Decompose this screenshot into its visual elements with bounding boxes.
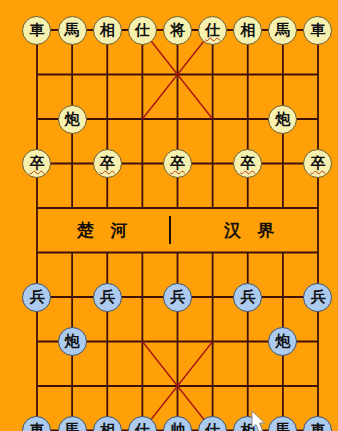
- intersection[interactable]: [19, 52, 54, 97]
- intersection[interactable]: 卒: [90, 141, 125, 186]
- intersection[interactable]: 炮: [265, 97, 300, 142]
- piece-炮[interactable]: 炮: [58, 327, 87, 356]
- piece-兵[interactable]: 兵: [22, 283, 51, 312]
- piece-車[interactable]: 車: [303, 16, 332, 45]
- piece-label: 馬: [275, 23, 290, 38]
- intersection[interactable]: [300, 52, 335, 97]
- intersection[interactable]: 相: [90, 8, 125, 53]
- intersection[interactable]: [300, 319, 335, 364]
- intersection[interactable]: [160, 319, 195, 364]
- intersection[interactable]: [265, 52, 300, 97]
- intersection[interactable]: [195, 97, 230, 142]
- intersection[interactable]: [125, 230, 160, 275]
- intersection[interactable]: [300, 186, 335, 231]
- intersection[interactable]: [55, 186, 90, 231]
- intersection[interactable]: [160, 230, 195, 275]
- intersection[interactable]: [195, 275, 230, 320]
- intersection[interactable]: [90, 186, 125, 231]
- intersection[interactable]: [195, 52, 230, 97]
- intersection[interactable]: [19, 97, 54, 142]
- intersection[interactable]: [160, 186, 195, 231]
- intersection[interactable]: [19, 319, 54, 364]
- intersection[interactable]: 仕: [125, 408, 160, 431]
- intersection[interactable]: [125, 275, 160, 320]
- piece-炮[interactable]: 炮: [268, 327, 297, 356]
- piece-label: 卒: [170, 156, 185, 171]
- piece-卒[interactable]: 卒: [93, 149, 122, 178]
- intersection[interactable]: 車: [19, 408, 54, 431]
- piece-label: 卒: [310, 156, 325, 171]
- intersection[interactable]: 馬: [55, 8, 90, 53]
- piece-帅[interactable]: 帅: [163, 416, 192, 431]
- intersection[interactable]: [55, 230, 90, 275]
- intersection[interactable]: 車: [300, 408, 335, 431]
- intersection[interactable]: [55, 52, 90, 97]
- piece-label: 馬: [65, 423, 80, 431]
- piece-兵[interactable]: 兵: [303, 283, 332, 312]
- intersection[interactable]: [230, 52, 265, 97]
- piece-卒[interactable]: 卒: [233, 149, 262, 178]
- intersection[interactable]: [195, 186, 230, 231]
- intersection[interactable]: [230, 230, 265, 275]
- intersection[interactable]: [19, 186, 54, 231]
- piece-仕[interactable]: 仕: [198, 16, 227, 45]
- intersection[interactable]: 兵: [160, 275, 195, 320]
- intersection[interactable]: [195, 230, 230, 275]
- intersection[interactable]: [265, 230, 300, 275]
- intersection[interactable]: [90, 364, 125, 409]
- piece-label: 馬: [275, 423, 290, 431]
- piece-label: 仕: [205, 423, 220, 431]
- intersection[interactable]: [195, 364, 230, 409]
- intersection[interactable]: 兵: [300, 275, 335, 320]
- intersection[interactable]: [125, 141, 160, 186]
- intersection[interactable]: 炮: [55, 319, 90, 364]
- piece-兵[interactable]: 兵: [93, 283, 122, 312]
- piece-label: 兵: [170, 290, 185, 305]
- piece-将[interactable]: 将: [163, 16, 192, 45]
- intersection[interactable]: 卒: [300, 141, 335, 186]
- piece-label: 兵: [240, 290, 255, 305]
- piece-label: 将: [170, 23, 185, 38]
- intersection[interactable]: [19, 230, 54, 275]
- intersection-grid: 車馬相仕将仕相馬車炮炮卒卒卒卒卒兵兵兵兵兵炮炮車馬相仕帅仕相馬車: [19, 8, 335, 431]
- intersection[interactable]: [300, 97, 335, 142]
- piece-label: 卒: [100, 156, 115, 171]
- piece-車[interactable]: 車: [22, 416, 51, 431]
- piece-label: 相: [100, 23, 115, 38]
- intersection[interactable]: 卒: [160, 141, 195, 186]
- intersection[interactable]: [90, 230, 125, 275]
- intersection[interactable]: [265, 275, 300, 320]
- piece-炮[interactable]: 炮: [58, 105, 87, 134]
- intersection[interactable]: [160, 97, 195, 142]
- piece-卒[interactable]: 卒: [303, 149, 332, 178]
- intersection[interactable]: 卒: [230, 141, 265, 186]
- piece-label: 仕: [135, 23, 150, 38]
- intersection[interactable]: 炮: [55, 97, 90, 142]
- intersection[interactable]: 馬: [55, 408, 90, 431]
- piece-label: 相: [240, 23, 255, 38]
- intersection[interactable]: [195, 141, 230, 186]
- piece-車[interactable]: 車: [22, 16, 51, 45]
- piece-相[interactable]: 相: [93, 416, 122, 431]
- piece-label: 兵: [310, 290, 325, 305]
- piece-label: 炮: [65, 334, 80, 349]
- piece-label: 炮: [275, 334, 290, 349]
- intersection[interactable]: [125, 364, 160, 409]
- intersection[interactable]: 相: [230, 8, 265, 53]
- piece-label: 炮: [275, 112, 290, 127]
- intersection[interactable]: [125, 186, 160, 231]
- piece-馬[interactable]: 馬: [58, 416, 87, 431]
- intersection[interactable]: 卒: [19, 141, 54, 186]
- intersection[interactable]: 兵: [19, 275, 54, 320]
- piece-卒[interactable]: 卒: [163, 149, 192, 178]
- piece-馬[interactable]: 馬: [58, 16, 87, 45]
- intersection[interactable]: [19, 364, 54, 409]
- intersection[interactable]: 帅: [160, 408, 195, 431]
- piece-車[interactable]: 車: [303, 416, 332, 431]
- intersection[interactable]: [125, 319, 160, 364]
- intersection[interactable]: 兵: [230, 275, 265, 320]
- intersection[interactable]: 仕: [125, 8, 160, 53]
- piece-label: 炮: [65, 112, 80, 127]
- piece-仕[interactable]: 仕: [198, 416, 227, 431]
- intersection[interactable]: [265, 186, 300, 231]
- intersection[interactable]: 仕: [195, 8, 230, 53]
- intersection[interactable]: [265, 364, 300, 409]
- intersection[interactable]: [90, 97, 125, 142]
- intersection[interactable]: 相: [90, 408, 125, 431]
- intersection[interactable]: [55, 275, 90, 320]
- piece-兵[interactable]: 兵: [233, 283, 262, 312]
- intersection[interactable]: 兵: [90, 275, 125, 320]
- mouse-cursor-icon: [251, 411, 271, 431]
- intersection[interactable]: [230, 97, 265, 142]
- piece-label: 兵: [29, 290, 44, 305]
- piece-卒[interactable]: 卒: [22, 149, 51, 178]
- piece-label: 卒: [29, 156, 44, 171]
- piece-label: 馬: [65, 23, 80, 38]
- intersection[interactable]: 将: [160, 8, 195, 53]
- intersection[interactable]: 車: [19, 8, 54, 53]
- piece-label: 車: [29, 423, 44, 431]
- piece-label: 仕: [135, 423, 150, 431]
- intersection[interactable]: [55, 364, 90, 409]
- intersection[interactable]: 馬: [265, 8, 300, 53]
- piece-label: 卒: [240, 156, 255, 171]
- intersection[interactable]: [160, 364, 195, 409]
- intersection[interactable]: [125, 97, 160, 142]
- intersection[interactable]: [160, 52, 195, 97]
- piece-相[interactable]: 相: [93, 16, 122, 45]
- intersection[interactable]: [300, 230, 335, 275]
- intersection[interactable]: 炮: [265, 319, 300, 364]
- intersection[interactable]: 仕: [195, 408, 230, 431]
- piece-相[interactable]: 相: [233, 16, 262, 45]
- piece-label: 仕: [205, 23, 220, 38]
- piece-仕[interactable]: 仕: [128, 16, 157, 45]
- intersection[interactable]: [300, 364, 335, 409]
- piece-label: 相: [100, 423, 115, 431]
- piece-label: 兵: [100, 290, 115, 305]
- intersection[interactable]: [230, 364, 265, 409]
- intersection[interactable]: [230, 186, 265, 231]
- intersection[interactable]: [55, 141, 90, 186]
- intersection[interactable]: [230, 319, 265, 364]
- piece-label: 車: [310, 423, 325, 431]
- piece-label: 車: [310, 23, 325, 38]
- intersection[interactable]: 車: [300, 8, 335, 53]
- intersection[interactable]: [90, 319, 125, 364]
- intersection[interactable]: [265, 141, 300, 186]
- intersection[interactable]: [195, 319, 230, 364]
- piece-label: 帅: [170, 423, 185, 431]
- piece-炮[interactable]: 炮: [268, 105, 297, 134]
- piece-label: 車: [29, 23, 44, 38]
- xiangqi-board[interactable]: 楚 河 汉 界 車馬相仕将仕相馬車炮炮卒卒卒卒卒兵兵兵兵兵炮炮車馬相仕帅仕相馬車: [0, 0, 338, 431]
- intersection[interactable]: [90, 52, 125, 97]
- intersection[interactable]: [125, 52, 160, 97]
- piece-馬[interactable]: 馬: [268, 416, 297, 431]
- piece-仕[interactable]: 仕: [128, 416, 157, 431]
- piece-馬[interactable]: 馬: [268, 16, 297, 45]
- piece-兵[interactable]: 兵: [163, 283, 192, 312]
